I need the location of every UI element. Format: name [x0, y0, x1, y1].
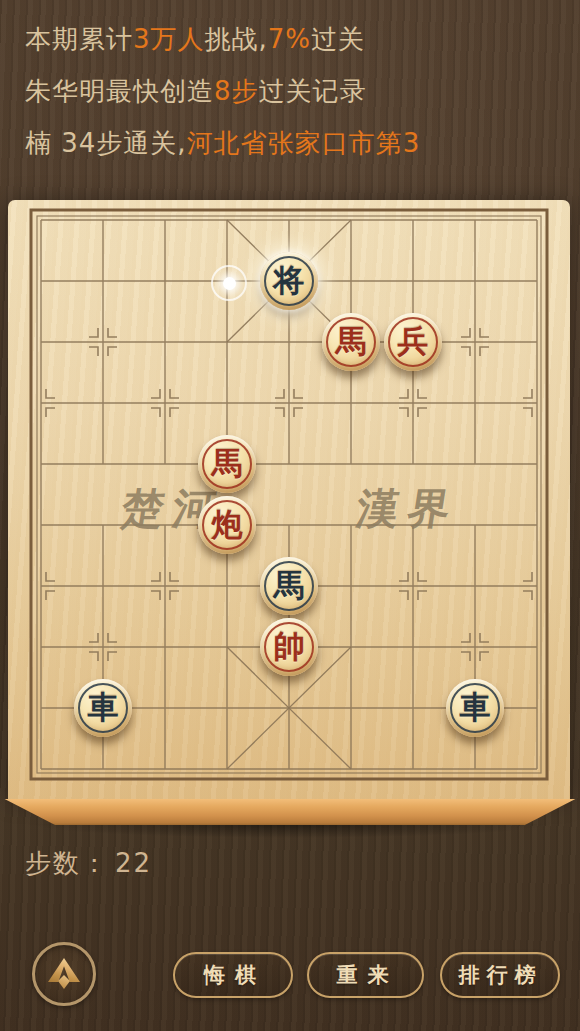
leaderboard-button[interactable]: 排行榜 [440, 952, 560, 998]
collapse-button[interactable] [32, 942, 96, 1006]
stat-highlight: 河北省张家口市第3 [187, 128, 421, 158]
piece-black-horse[interactable]: 馬 [260, 557, 318, 615]
stat-line-2: 朱华明最快创造8步过关记录 [25, 65, 420, 117]
game-screen: 本期累计3万人挑战,7%过关 朱华明最快创造8步过关记录 楠 34步通关,河北省… [0, 0, 580, 1031]
piece-character: 帥 [260, 618, 318, 676]
stat-highlight: 3万人 [133, 24, 205, 54]
piece-red-cannon[interactable]: 炮 [198, 496, 256, 554]
piece-red-horse[interactable]: 馬 [322, 313, 380, 371]
piece-character: 馬 [198, 435, 256, 493]
stat-text: 挑战, [205, 24, 268, 54]
stat-line-1: 本期累计3万人挑战,7%过关 [25, 13, 420, 65]
piece-character: 車 [74, 679, 132, 737]
board-front-edge [0, 799, 580, 825]
piece-red-soldier[interactable]: 兵 [384, 313, 442, 371]
piece-character: 将 [260, 252, 318, 310]
undo-button[interactable]: 悔棋 [173, 952, 293, 998]
stat-text: 楠 34步通关, [25, 128, 187, 158]
stat-text: 本期累计 [25, 24, 133, 54]
stat-text: 过关记录 [259, 76, 367, 106]
move-counter: 步数：22 [25, 846, 152, 881]
stat-highlight: 7% [268, 24, 311, 54]
pieces-layer: 将馬兵馬炮馬帥車車 [8, 200, 570, 800]
stat-line-3: 楠 34步通关,河北省张家口市第3 [25, 117, 420, 169]
piece-black-chariot[interactable]: 車 [446, 679, 504, 737]
board-surface[interactable]: 楚河 漢界 将馬兵馬炮馬帥車車 [8, 200, 570, 800]
move-counter-label: 步数： [25, 848, 109, 878]
stat-text: 过关 [311, 24, 365, 54]
piece-character: 兵 [384, 313, 442, 371]
piece-character: 馬 [322, 313, 380, 371]
piece-character: 車 [446, 679, 504, 737]
board-shadow [30, 824, 550, 838]
stat-text: 朱华明最快创造 [25, 76, 214, 106]
challenge-stats: 本期累计3万人挑战,7%过关 朱华明最快创造8步过关记录 楠 34步通关,河北省… [25, 13, 420, 169]
piece-character: 馬 [260, 557, 318, 615]
piece-red-horse[interactable]: 馬 [198, 435, 256, 493]
piece-black-chariot[interactable]: 車 [74, 679, 132, 737]
stat-highlight: 8步 [214, 76, 259, 106]
piece-red-general[interactable]: 帥 [260, 618, 318, 676]
piece-character: 炮 [198, 496, 256, 554]
restart-button[interactable]: 重来 [307, 952, 424, 998]
piece-black-general[interactable]: 将 [260, 252, 318, 310]
move-counter-value: 22 [115, 848, 152, 878]
